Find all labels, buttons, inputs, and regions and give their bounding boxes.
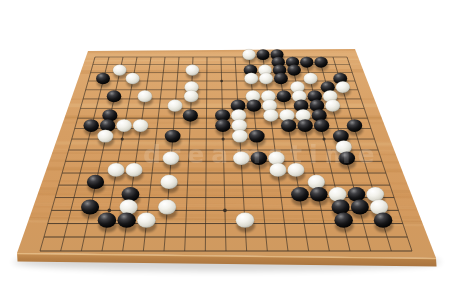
stone-white[interactable] [138, 90, 153, 102]
stone-black[interactable] [351, 200, 369, 215]
stone-white[interactable] [366, 187, 384, 202]
stone-black[interactable] [374, 213, 393, 228]
star-point [107, 209, 111, 213]
stone-black[interactable] [287, 65, 301, 76]
stone-white[interactable] [185, 65, 199, 76]
stone-black[interactable] [310, 187, 328, 202]
stone-black[interactable] [81, 200, 99, 215]
stone-white[interactable] [370, 200, 388, 215]
stone-white[interactable] [263, 109, 278, 121]
stone-white[interactable] [116, 119, 131, 132]
stone-white[interactable] [242, 49, 255, 60]
stone-black[interactable] [246, 100, 261, 112]
stone-white[interactable] [133, 119, 148, 132]
stone-white[interactable] [308, 175, 325, 189]
go-board: dreamstime [0, 0, 450, 300]
stone-black[interactable] [347, 119, 362, 132]
stone-white[interactable] [137, 213, 156, 228]
stone-black[interactable] [348, 187, 366, 202]
stone-black[interactable] [87, 175, 104, 189]
star-point [220, 80, 223, 83]
stone-black[interactable] [291, 187, 309, 202]
stone-white[interactable] [126, 163, 143, 177]
star-point [121, 137, 124, 140]
wood-grain-streak [86, 54, 357, 56]
stone-black[interactable] [334, 213, 353, 228]
stone-white[interactable] [184, 90, 199, 102]
stone-white[interactable] [259, 73, 273, 84]
stone-black[interactable] [122, 187, 140, 202]
stone-white[interactable] [160, 175, 177, 189]
stone-black[interactable] [297, 119, 312, 132]
stone-white[interactable] [304, 73, 318, 84]
stone-black[interactable] [300, 57, 313, 68]
stone-white[interactable] [158, 200, 176, 215]
stone-white[interactable] [120, 200, 138, 215]
stone-white[interactable] [126, 73, 140, 84]
stone-white[interactable] [244, 73, 258, 84]
stock-photo-go-board: dreamstime [0, 0, 450, 300]
stone-white[interactable] [329, 187, 347, 202]
star-point [223, 209, 227, 213]
stone-black[interactable] [96, 73, 110, 84]
stone-black[interactable] [314, 119, 329, 132]
stone-black[interactable] [281, 119, 296, 132]
stone-white[interactable] [113, 65, 127, 76]
stone-white[interactable] [108, 163, 125, 177]
stone-black[interactable] [183, 109, 198, 121]
stone-white[interactable] [336, 81, 350, 93]
stone-black[interactable] [83, 119, 98, 132]
stone-white[interactable] [325, 100, 340, 112]
stone-black[interactable] [332, 200, 350, 215]
stone-black[interactable] [117, 213, 136, 228]
stone-black[interactable] [107, 90, 122, 102]
stone-black[interactable] [277, 90, 292, 102]
stone-white[interactable] [97, 130, 113, 143]
stone-white[interactable] [236, 213, 255, 228]
stone-black[interactable] [314, 57, 327, 68]
stone-black[interactable] [274, 73, 288, 84]
stone-black[interactable] [98, 213, 117, 228]
stone-black[interactable] [215, 119, 230, 132]
watermark: dreamstime [143, 140, 382, 169]
stone-white[interactable] [168, 100, 183, 112]
stone-black[interactable] [256, 49, 269, 60]
